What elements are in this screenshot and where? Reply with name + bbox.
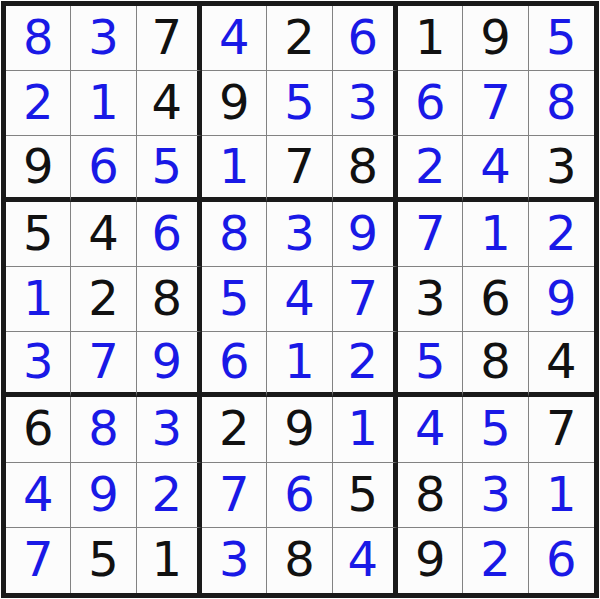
cell-r1c5[interactable]: 2	[267, 6, 332, 71]
cell-r3c5[interactable]: 7	[267, 136, 332, 201]
cell-r2c6[interactable]: 3	[333, 71, 398, 136]
cell-r7c3[interactable]: 3	[137, 397, 202, 462]
cell-r3c3[interactable]: 5	[137, 136, 202, 201]
given-digit: 7	[284, 142, 315, 190]
given-digit: 6	[23, 404, 54, 452]
given-digit: 5	[88, 535, 119, 583]
given-digit: 4	[152, 78, 183, 126]
cell-r8c2[interactable]: 9	[71, 463, 136, 528]
solved-digit: 6	[415, 78, 446, 126]
solved-digit: 7	[88, 337, 119, 385]
solved-digit: 1	[348, 404, 379, 452]
solved-digit: 5	[152, 142, 183, 190]
solved-digit: 7	[219, 470, 250, 518]
cell-r1c4[interactable]: 4	[202, 6, 267, 71]
sudoku-board: 8374261952149536789651782435468397121285…	[1, 1, 599, 598]
cell-r4c8[interactable]: 1	[463, 202, 528, 267]
cell-r7c8[interactable]: 5	[463, 397, 528, 462]
given-digit: 6	[480, 274, 511, 322]
solved-digit: 3	[88, 13, 119, 61]
cell-r6c1[interactable]: 3	[6, 332, 71, 397]
cell-r5c2[interactable]: 2	[71, 267, 136, 332]
cell-r3c2[interactable]: 6	[71, 136, 136, 201]
given-digit: 9	[219, 78, 250, 126]
cell-r7c9[interactable]: 7	[529, 397, 594, 462]
cell-r9c8[interactable]: 2	[463, 528, 528, 593]
cell-r8c4[interactable]: 7	[202, 463, 267, 528]
cell-r4c7[interactable]: 7	[398, 202, 463, 267]
solved-digit: 6	[348, 13, 379, 61]
cell-r5c5[interactable]: 4	[267, 267, 332, 332]
given-digit: 7	[152, 13, 183, 61]
given-digit: 9	[23, 142, 54, 190]
given-digit: 8	[284, 535, 315, 583]
cell-r8c1[interactable]: 4	[6, 463, 71, 528]
cell-r2c9[interactable]: 8	[529, 71, 594, 136]
solved-digit: 5	[415, 337, 446, 385]
given-digit: 4	[88, 209, 119, 257]
given-digit: 5	[348, 470, 379, 518]
solved-digit: 7	[480, 78, 511, 126]
cell-r9c6[interactable]: 4	[333, 528, 398, 593]
cell-r1c8[interactable]: 9	[463, 6, 528, 71]
solved-digit: 4	[415, 404, 446, 452]
cell-r2c1[interactable]: 2	[6, 71, 71, 136]
cell-r4c2[interactable]: 4	[71, 202, 136, 267]
cell-r9c1[interactable]: 7	[6, 528, 71, 593]
cell-r5c6[interactable]: 7	[333, 267, 398, 332]
cell-r9c5[interactable]: 8	[267, 528, 332, 593]
solved-digit: 5	[284, 78, 315, 126]
solved-digit: 1	[23, 274, 54, 322]
solved-digit: 2	[348, 337, 379, 385]
cell-r4c5[interactable]: 3	[267, 202, 332, 267]
solved-digit: 8	[546, 78, 577, 126]
cell-r4c1[interactable]: 5	[6, 202, 71, 267]
solved-digit: 4	[348, 535, 379, 583]
cell-r6c3[interactable]: 9	[137, 332, 202, 397]
solved-digit: 2	[415, 142, 446, 190]
cell-r9c9[interactable]: 6	[529, 528, 594, 593]
cell-r1c1[interactable]: 8	[6, 6, 71, 71]
cell-r6c9[interactable]: 4	[529, 332, 594, 397]
cell-r3c8[interactable]: 4	[463, 136, 528, 201]
given-digit: 2	[219, 404, 250, 452]
cell-r6c5[interactable]: 1	[267, 332, 332, 397]
solved-digit: 4	[284, 274, 315, 322]
solved-digit: 7	[415, 209, 446, 257]
given-digit: 2	[88, 274, 119, 322]
cell-r3c4[interactable]: 1	[202, 136, 267, 201]
solved-digit: 2	[480, 535, 511, 583]
cell-r6c7[interactable]: 5	[398, 332, 463, 397]
solved-digit: 4	[480, 142, 511, 190]
solved-digit: 8	[219, 209, 250, 257]
given-digit: 7	[546, 404, 577, 452]
cell-r6c8[interactable]: 8	[463, 332, 528, 397]
cell-r4c6[interactable]: 9	[333, 202, 398, 267]
cell-r1c9[interactable]: 5	[529, 6, 594, 71]
cell-r9c3[interactable]: 1	[137, 528, 202, 593]
solved-digit: 3	[152, 404, 183, 452]
cell-r7c1[interactable]: 6	[6, 397, 71, 462]
given-digit: 1	[415, 13, 446, 61]
cell-r3c9[interactable]: 3	[529, 136, 594, 201]
solved-digit: 3	[348, 78, 379, 126]
cell-r2c5[interactable]: 5	[267, 71, 332, 136]
solved-digit: 1	[480, 209, 511, 257]
solved-digit: 5	[219, 274, 250, 322]
cell-r2c8[interactable]: 7	[463, 71, 528, 136]
solved-digit: 7	[348, 274, 379, 322]
given-digit: 3	[546, 142, 577, 190]
solved-digit: 4	[219, 13, 250, 61]
solved-digit: 9	[348, 209, 379, 257]
cell-r4c4[interactable]: 8	[202, 202, 267, 267]
solved-digit: 2	[546, 209, 577, 257]
solved-digit: 9	[546, 274, 577, 322]
solved-digit: 3	[219, 535, 250, 583]
solved-digit: 1	[546, 470, 577, 518]
solved-digit: 9	[88, 470, 119, 518]
cell-r7c7[interactable]: 4	[398, 397, 463, 462]
cell-r7c2[interactable]: 8	[71, 397, 136, 462]
cell-r3c7[interactable]: 2	[398, 136, 463, 201]
given-digit: 3	[415, 274, 446, 322]
cell-r5c3[interactable]: 8	[137, 267, 202, 332]
solved-digit: 5	[546, 13, 577, 61]
given-digit: 9	[284, 404, 315, 452]
cell-r1c7[interactable]: 1	[398, 6, 463, 71]
cell-r6c4[interactable]: 6	[202, 332, 267, 397]
cell-r2c7[interactable]: 6	[398, 71, 463, 136]
cell-r3c1[interactable]: 9	[6, 136, 71, 201]
cell-r7c6[interactable]: 1	[333, 397, 398, 462]
solved-digit: 5	[480, 404, 511, 452]
cell-r6c6[interactable]: 2	[333, 332, 398, 397]
cell-r1c3[interactable]: 7	[137, 6, 202, 71]
given-digit: 2	[284, 13, 315, 61]
cell-r6c2[interactable]: 7	[71, 332, 136, 397]
solved-digit: 3	[284, 209, 315, 257]
solved-digit: 6	[284, 470, 315, 518]
cell-r9c2[interactable]: 5	[71, 528, 136, 593]
cell-r8c6[interactable]: 5	[333, 463, 398, 528]
given-digit: 8	[415, 470, 446, 518]
cell-r4c3[interactable]: 6	[137, 202, 202, 267]
solved-digit: 6	[88, 142, 119, 190]
solved-digit: 8	[23, 13, 54, 61]
cell-r5c7[interactable]: 3	[398, 267, 463, 332]
solved-digit: 3	[23, 337, 54, 385]
cell-r2c3[interactable]: 4	[137, 71, 202, 136]
solved-digit: 9	[152, 337, 183, 385]
cell-r8c9[interactable]: 1	[529, 463, 594, 528]
cell-r3c6[interactable]: 8	[333, 136, 398, 201]
cell-r8c3[interactable]: 2	[137, 463, 202, 528]
cell-r5c9[interactable]: 9	[529, 267, 594, 332]
cell-r1c2[interactable]: 3	[71, 6, 136, 71]
given-digit: 8	[152, 274, 183, 322]
sudoku-page: 8374261952149536789651782435468397121285…	[0, 0, 600, 599]
solved-digit: 2	[23, 78, 54, 126]
given-digit: 5	[23, 209, 54, 257]
cell-r7c5[interactable]: 9	[267, 397, 332, 462]
cell-r8c7[interactable]: 8	[398, 463, 463, 528]
solved-digit: 4	[23, 470, 54, 518]
given-digit: 1	[152, 535, 183, 583]
given-digit: 9	[480, 13, 511, 61]
cell-r9c4[interactable]: 3	[202, 528, 267, 593]
solved-digit: 6	[219, 337, 250, 385]
cell-r5c8[interactable]: 6	[463, 267, 528, 332]
given-digit: 4	[546, 337, 577, 385]
solved-digit: 2	[152, 470, 183, 518]
given-digit: 8	[480, 337, 511, 385]
cell-r8c8[interactable]: 3	[463, 463, 528, 528]
cell-r5c1[interactable]: 1	[6, 267, 71, 332]
solved-digit: 6	[152, 209, 183, 257]
solved-digit: 1	[219, 142, 250, 190]
cell-r7c4[interactable]: 2	[202, 397, 267, 462]
solved-digit: 1	[284, 337, 315, 385]
solved-digit: 3	[480, 470, 511, 518]
given-digit: 8	[348, 142, 379, 190]
given-digit: 9	[415, 535, 446, 583]
cell-r1c6[interactable]: 6	[333, 6, 398, 71]
solved-digit: 7	[23, 535, 54, 583]
cell-r2c4[interactable]: 9	[202, 71, 267, 136]
cell-r9c7[interactable]: 9	[398, 528, 463, 593]
solved-digit: 6	[546, 535, 577, 583]
solved-digit: 8	[88, 404, 119, 452]
cell-r8c5[interactable]: 6	[267, 463, 332, 528]
cell-r2c2[interactable]: 1	[71, 71, 136, 136]
cell-r5c4[interactable]: 5	[202, 267, 267, 332]
solved-digit: 1	[88, 78, 119, 126]
cell-r4c9[interactable]: 2	[529, 202, 594, 267]
